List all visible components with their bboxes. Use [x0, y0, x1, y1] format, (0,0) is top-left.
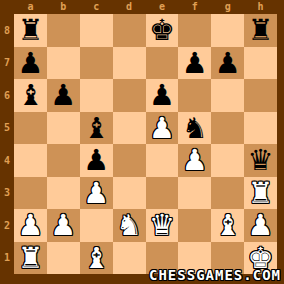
square-g8 [211, 14, 244, 47]
file-label-b: b [47, 0, 80, 14]
rank-label-2: 2 [0, 209, 14, 242]
square-h4: ♛ [244, 144, 277, 177]
square-f8 [178, 14, 211, 47]
square-e2: ♛ [146, 209, 179, 242]
square-b5 [47, 112, 80, 145]
file-label-g: g [211, 0, 244, 14]
rank-label-1: 1 [0, 242, 14, 275]
square-a5 [14, 112, 47, 145]
rank-labels: 87654321 [0, 14, 14, 274]
file-label-e: e [146, 0, 179, 14]
piece-white-pawn: ♟ [248, 209, 274, 241]
piece-white-rook: ♜ [17, 242, 43, 274]
square-e4 [146, 144, 179, 177]
square-f2 [178, 209, 211, 242]
piece-white-knight: ♞ [116, 209, 142, 241]
piece-white-queen: ♛ [149, 209, 175, 241]
chess-board: ♜♚♜♟♟♟♝♟♟♝♟♞♟♟♛♟♜♟♟♞♛♝♟♜♝♚ [14, 14, 277, 274]
piece-black-knight: ♞ [182, 112, 208, 144]
file-label-f: f [178, 0, 211, 14]
square-e7 [146, 47, 179, 80]
square-d3 [113, 177, 146, 210]
square-d2: ♞ [113, 209, 146, 242]
square-g7: ♟ [211, 47, 244, 80]
piece-black-pawn: ♟ [215, 47, 241, 79]
rank-label-3: 3 [0, 177, 14, 210]
square-d6 [113, 79, 146, 112]
piece-black-pawn: ♟ [83, 144, 109, 176]
piece-white-pawn: ♟ [17, 209, 43, 241]
file-labels: abcdefgh [14, 0, 277, 14]
square-h3: ♜ [244, 177, 277, 210]
piece-white-pawn: ♟ [149, 112, 175, 144]
piece-black-pawn: ♟ [149, 79, 175, 111]
piece-white-rook: ♜ [248, 177, 274, 209]
square-c4: ♟ [80, 144, 113, 177]
square-b7 [47, 47, 80, 80]
chessgames-watermark: CHESSGAMES.COM [149, 267, 281, 283]
file-label-c: c [80, 0, 113, 14]
file-label-a: a [14, 0, 47, 14]
square-d5 [113, 112, 146, 145]
piece-black-rook: ♜ [17, 14, 43, 46]
square-a7: ♟ [14, 47, 47, 80]
square-g2: ♝ [211, 209, 244, 242]
square-c3: ♟ [80, 177, 113, 210]
rank-label-5: 5 [0, 112, 14, 145]
square-h8: ♜ [244, 14, 277, 47]
square-a4 [14, 144, 47, 177]
rank-label-7: 7 [0, 47, 14, 80]
square-b2: ♟ [47, 209, 80, 242]
piece-black-bishop: ♝ [83, 112, 109, 144]
square-f4: ♟ [178, 144, 211, 177]
square-g4 [211, 144, 244, 177]
piece-white-pawn: ♟ [182, 144, 208, 176]
square-f7: ♟ [178, 47, 211, 80]
piece-black-bishop: ♝ [17, 79, 43, 111]
square-b3 [47, 177, 80, 210]
square-d8 [113, 14, 146, 47]
square-b8 [47, 14, 80, 47]
square-f5: ♞ [178, 112, 211, 145]
square-h6 [244, 79, 277, 112]
square-d4 [113, 144, 146, 177]
square-e3 [146, 177, 179, 210]
piece-black-rook: ♜ [248, 14, 274, 46]
square-a6: ♝ [14, 79, 47, 112]
rank-label-8: 8 [0, 14, 14, 47]
square-c1: ♝ [80, 242, 113, 275]
square-e6: ♟ [146, 79, 179, 112]
square-c8 [80, 14, 113, 47]
file-label-d: d [113, 0, 146, 14]
square-g6 [211, 79, 244, 112]
piece-black-king: ♚ [149, 14, 175, 46]
square-h5 [244, 112, 277, 145]
square-a3 [14, 177, 47, 210]
square-b1 [47, 242, 80, 275]
square-c6 [80, 79, 113, 112]
square-b6: ♟ [47, 79, 80, 112]
square-c5: ♝ [80, 112, 113, 145]
square-a2: ♟ [14, 209, 47, 242]
rank-label-6: 6 [0, 79, 14, 112]
square-c7 [80, 47, 113, 80]
rank-label-4: 4 [0, 144, 14, 177]
square-d1 [113, 242, 146, 275]
square-g3 [211, 177, 244, 210]
piece-black-pawn: ♟ [50, 79, 76, 111]
square-d7 [113, 47, 146, 80]
file-label-h: h [244, 0, 277, 14]
piece-white-bishop: ♝ [215, 209, 241, 241]
square-b4 [47, 144, 80, 177]
chess-diagram: abcdefgh 87654321 ♜♚♜♟♟♟♝♟♟♝♟♞♟♟♛♟♜♟♟♞♛♝… [0, 0, 284, 284]
piece-white-pawn: ♟ [50, 209, 76, 241]
square-c2 [80, 209, 113, 242]
piece-black-queen: ♛ [248, 144, 274, 176]
piece-white-pawn: ♟ [83, 177, 109, 209]
square-a8: ♜ [14, 14, 47, 47]
square-f3 [178, 177, 211, 210]
square-f6 [178, 79, 211, 112]
piece-black-pawn: ♟ [17, 47, 43, 79]
square-e5: ♟ [146, 112, 179, 145]
square-a1: ♜ [14, 242, 47, 275]
square-g5 [211, 112, 244, 145]
piece-white-bishop: ♝ [83, 242, 109, 274]
square-h2: ♟ [244, 209, 277, 242]
piece-black-pawn: ♟ [182, 47, 208, 79]
square-h7 [244, 47, 277, 80]
square-e8: ♚ [146, 14, 179, 47]
